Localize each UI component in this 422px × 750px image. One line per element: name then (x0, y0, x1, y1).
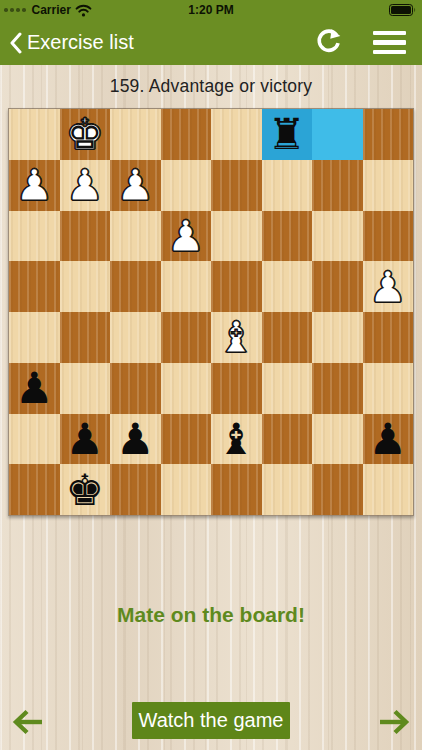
square-c3[interactable] (110, 363, 161, 414)
square-b8[interactable]: ♚ (60, 109, 111, 160)
square-e2[interactable]: ♝ (211, 414, 262, 465)
square-g2[interactable] (312, 414, 363, 465)
square-f3[interactable] (262, 363, 313, 414)
black-pawn: ♟ (368, 414, 407, 464)
square-g7[interactable] (312, 160, 363, 211)
white-bishop: ♝ (217, 312, 256, 362)
square-d6[interactable]: ♟ (161, 211, 212, 262)
square-a4[interactable] (9, 312, 60, 363)
black-bishop: ♝ (217, 414, 256, 464)
square-d4[interactable] (161, 312, 212, 363)
black-pawn: ♟ (116, 414, 155, 464)
nav-bar: Exercise list (0, 20, 422, 65)
square-a7[interactable]: ♟ (9, 160, 60, 211)
square-e1[interactable] (211, 464, 262, 515)
square-a1[interactable] (9, 464, 60, 515)
square-c4[interactable] (110, 312, 161, 363)
square-a3[interactable]: ♟ (9, 363, 60, 414)
square-c7[interactable]: ♟ (110, 160, 161, 211)
square-d1[interactable] (161, 464, 212, 515)
square-e4[interactable]: ♝ (211, 312, 262, 363)
square-c2[interactable]: ♟ (110, 414, 161, 465)
square-h2[interactable]: ♟ (363, 414, 414, 465)
black-pawn: ♟ (15, 363, 54, 413)
battery-icon (389, 4, 417, 16)
square-c5[interactable] (110, 261, 161, 312)
square-b5[interactable] (60, 261, 111, 312)
white-king: ♚ (65, 109, 104, 159)
square-e3[interactable] (211, 363, 262, 414)
square-e7[interactable] (211, 160, 262, 211)
square-g5[interactable] (312, 261, 363, 312)
square-a8[interactable] (9, 109, 60, 160)
square-a2[interactable] (9, 414, 60, 465)
square-c1[interactable] (110, 464, 161, 515)
back-button[interactable]: Exercise list (9, 31, 134, 54)
square-g6[interactable] (312, 211, 363, 262)
top-bar: Carrier 1:20 PM (0, 0, 422, 65)
white-pawn: ♟ (368, 262, 407, 312)
square-f1[interactable] (262, 464, 313, 515)
square-e6[interactable] (211, 211, 262, 262)
square-b4[interactable] (60, 312, 111, 363)
square-f8[interactable]: ♜ (262, 109, 313, 160)
prev-exercise-button[interactable] (10, 706, 44, 738)
square-d2[interactable] (161, 414, 212, 465)
square-c8[interactable] (110, 109, 161, 160)
square-g1[interactable] (312, 464, 363, 515)
chess-board: ♚♜♟♟♟♟♟♝♟♟♟♝♟♚ (8, 108, 414, 516)
white-pawn: ♟ (166, 211, 205, 261)
square-d7[interactable] (161, 160, 212, 211)
menu-icon[interactable] (373, 31, 406, 55)
square-b2[interactable]: ♟ (60, 414, 111, 465)
square-g4[interactable] (312, 312, 363, 363)
back-chevron-icon (9, 32, 22, 54)
square-h8[interactable] (363, 109, 414, 160)
square-d8[interactable] (161, 109, 212, 160)
square-b7[interactable]: ♟ (60, 160, 111, 211)
square-h5[interactable]: ♟ (363, 261, 414, 312)
exercise-title: 159. Advantage or victory (0, 76, 422, 97)
square-h4[interactable] (363, 312, 414, 363)
black-pawn: ♟ (65, 414, 104, 464)
square-b3[interactable] (60, 363, 111, 414)
result-message: Mate on the board! (0, 603, 422, 627)
app-screen: Carrier 1:20 PM (0, 0, 422, 750)
back-label: Exercise list (27, 31, 134, 54)
square-f2[interactable] (262, 414, 313, 465)
watch-game-button[interactable]: Watch the game (132, 702, 290, 739)
square-e8[interactable] (211, 109, 262, 160)
square-d5[interactable] (161, 261, 212, 312)
square-h7[interactable] (363, 160, 414, 211)
square-h6[interactable] (363, 211, 414, 262)
square-f4[interactable] (262, 312, 313, 363)
square-d3[interactable] (161, 363, 212, 414)
square-a5[interactable] (9, 261, 60, 312)
white-pawn: ♟ (15, 160, 54, 210)
square-f5[interactable] (262, 261, 313, 312)
square-c6[interactable] (110, 211, 161, 262)
square-a6[interactable] (9, 211, 60, 262)
square-e5[interactable] (211, 261, 262, 312)
black-rook: ♜ (267, 109, 306, 159)
square-f7[interactable] (262, 160, 313, 211)
square-g8[interactable] (312, 109, 363, 160)
status-time: 1:20 PM (0, 3, 422, 17)
next-exercise-button[interactable] (378, 706, 412, 738)
refresh-icon[interactable] (314, 28, 343, 57)
square-h3[interactable] (363, 363, 414, 414)
square-b1[interactable]: ♚ (60, 464, 111, 515)
square-f6[interactable] (262, 211, 313, 262)
status-bar: Carrier 1:20 PM (0, 0, 422, 20)
white-pawn: ♟ (65, 160, 104, 210)
square-g3[interactable] (312, 363, 363, 414)
square-b6[interactable] (60, 211, 111, 262)
square-h1[interactable] (363, 464, 414, 515)
black-king: ♚ (65, 465, 104, 515)
white-pawn: ♟ (116, 160, 155, 210)
